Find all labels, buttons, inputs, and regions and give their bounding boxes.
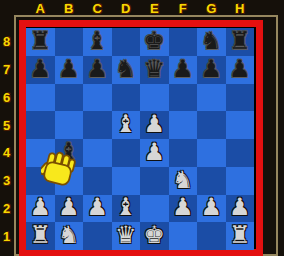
square-c5[interactable] (83, 111, 112, 139)
file-label-h: H (226, 1, 255, 16)
piece-white-pawn[interactable]: ♟ (58, 195, 80, 219)
piece-white-king[interactable]: ♚ (143, 223, 165, 247)
square-h3[interactable] (226, 167, 255, 195)
piece-black-pawn[interactable]: ♟ (172, 57, 194, 81)
rank-label-5: 5 (0, 111, 13, 139)
square-d5[interactable]: ♝ (112, 111, 141, 139)
square-c7[interactable]: ♟ (83, 56, 112, 84)
piece-white-pawn[interactable]: ♟ (229, 195, 251, 219)
square-h1[interactable]: ♜ (226, 222, 255, 250)
square-g1[interactable] (197, 222, 226, 250)
square-d1[interactable]: ♛ (112, 222, 141, 250)
rank-label-4: 4 (0, 139, 13, 167)
square-b2[interactable]: ♟ (55, 195, 84, 223)
game-screen: ABCDEFGH 87654321 ♜♝♚♞♜♟♟♟♞♛♟♟♟♝♟♝♟♞♟♟♟♝… (0, 0, 284, 256)
piece-white-pawn[interactable]: ♟ (29, 195, 51, 219)
file-label-c: C (83, 1, 112, 16)
rank-label-8: 8 (0, 28, 13, 56)
square-b7[interactable]: ♟ (55, 56, 84, 84)
square-a5[interactable] (26, 111, 55, 139)
piece-white-knight[interactable]: ♞ (172, 168, 194, 192)
square-b6[interactable] (55, 84, 84, 112)
square-f5[interactable] (169, 111, 198, 139)
square-a6[interactable] (26, 84, 55, 112)
square-g6[interactable] (197, 84, 226, 112)
square-g8[interactable]: ♞ (197, 28, 226, 56)
piece-white-knight[interactable]: ♞ (58, 223, 80, 247)
piece-white-pawn[interactable]: ♟ (143, 140, 165, 164)
piece-black-bishop[interactable]: ♝ (86, 29, 108, 53)
square-h6[interactable] (226, 84, 255, 112)
square-b5[interactable] (55, 111, 84, 139)
piece-black-rook[interactable]: ♜ (229, 29, 251, 53)
rank-label-6: 6 (0, 84, 13, 112)
square-f2[interactable]: ♟ (169, 195, 198, 223)
square-e4[interactable]: ♟ (140, 139, 169, 167)
piece-white-pawn[interactable]: ♟ (86, 195, 108, 219)
square-d7[interactable]: ♞ (112, 56, 141, 84)
square-b8[interactable] (55, 28, 84, 56)
square-a1[interactable]: ♜ (26, 222, 55, 250)
file-label-b: B (55, 1, 84, 16)
square-c2[interactable]: ♟ (83, 195, 112, 223)
square-h8[interactable]: ♜ (226, 28, 255, 56)
file-labels: ABCDEFGH (26, 1, 254, 16)
piece-black-pawn[interactable]: ♟ (58, 57, 80, 81)
square-d4[interactable] (112, 139, 141, 167)
square-f8[interactable] (169, 28, 198, 56)
piece-white-bishop[interactable]: ♝ (115, 195, 137, 219)
piece-black-king[interactable]: ♚ (143, 29, 165, 53)
square-a7[interactable]: ♟ (26, 56, 55, 84)
rank-label-3: 3 (0, 167, 13, 195)
file-label-g: G (197, 1, 226, 16)
square-f1[interactable] (169, 222, 198, 250)
file-label-f: F (169, 1, 198, 16)
square-e6[interactable] (140, 84, 169, 112)
piece-black-pawn[interactable]: ♟ (229, 57, 251, 81)
square-e5[interactable]: ♟ (140, 111, 169, 139)
piece-black-pawn[interactable]: ♟ (200, 57, 222, 81)
square-e2[interactable] (140, 195, 169, 223)
piece-black-queen[interactable]: ♛ (143, 57, 165, 81)
square-h4[interactable] (226, 139, 255, 167)
square-d8[interactable] (112, 28, 141, 56)
square-e1[interactable]: ♚ (140, 222, 169, 250)
piece-white-rook[interactable]: ♜ (229, 223, 251, 247)
square-b1[interactable]: ♞ (55, 222, 84, 250)
piece-black-pawn[interactable]: ♟ (29, 57, 51, 81)
square-h2[interactable]: ♟ (226, 195, 255, 223)
square-g4[interactable] (197, 139, 226, 167)
square-g7[interactable]: ♟ (197, 56, 226, 84)
piece-white-pawn[interactable]: ♟ (143, 112, 165, 136)
piece-black-knight[interactable]: ♞ (200, 29, 222, 53)
rank-label-1: 1 (0, 222, 13, 250)
piece-black-knight[interactable]: ♞ (115, 57, 137, 81)
square-c8[interactable]: ♝ (83, 28, 112, 56)
square-c6[interactable] (83, 84, 112, 112)
rank-label-2: 2 (0, 195, 13, 223)
square-e3[interactable] (140, 167, 169, 195)
square-f7[interactable]: ♟ (169, 56, 198, 84)
square-c4[interactable] (83, 139, 112, 167)
square-f6[interactable] (169, 84, 198, 112)
rank-labels: 87654321 (0, 28, 13, 250)
file-label-d: D (112, 1, 141, 16)
square-a2[interactable]: ♟ (26, 195, 55, 223)
file-label-a: A (26, 1, 55, 16)
rank-label-7: 7 (0, 56, 13, 84)
square-g3[interactable] (197, 167, 226, 195)
piece-white-rook[interactable]: ♜ (29, 223, 51, 247)
square-g5[interactable] (197, 111, 226, 139)
square-g2[interactable]: ♟ (197, 195, 226, 223)
square-f4[interactable] (169, 139, 198, 167)
piece-white-queen[interactable]: ♛ (115, 223, 137, 247)
piece-white-pawn[interactable]: ♟ (200, 195, 222, 219)
square-d2[interactable]: ♝ (112, 195, 141, 223)
square-c1[interactable] (83, 222, 112, 250)
board: ♜♝♚♞♜♟♟♟♞♛♟♟♟♝♟♝♟♞♟♟♟♝♟♟♟♜♞♛♚♜ (26, 28, 254, 250)
square-a8[interactable]: ♜ (26, 28, 55, 56)
square-f3[interactable]: ♞ (169, 167, 198, 195)
piece-black-rook[interactable]: ♜ (29, 29, 51, 53)
hand-cursor-icon (41, 151, 77, 189)
square-e8[interactable]: ♚ (140, 28, 169, 56)
square-h5[interactable] (226, 111, 255, 139)
piece-white-bishop[interactable]: ♝ (115, 112, 137, 136)
square-h7[interactable]: ♟ (226, 56, 255, 84)
piece-white-pawn[interactable]: ♟ (172, 195, 194, 219)
piece-black-pawn[interactable]: ♟ (86, 57, 108, 81)
square-d6[interactable] (112, 84, 141, 112)
square-d3[interactable] (112, 167, 141, 195)
square-e7[interactable]: ♛ (140, 56, 169, 84)
square-c3[interactable] (83, 167, 112, 195)
file-label-e: E (140, 1, 169, 16)
